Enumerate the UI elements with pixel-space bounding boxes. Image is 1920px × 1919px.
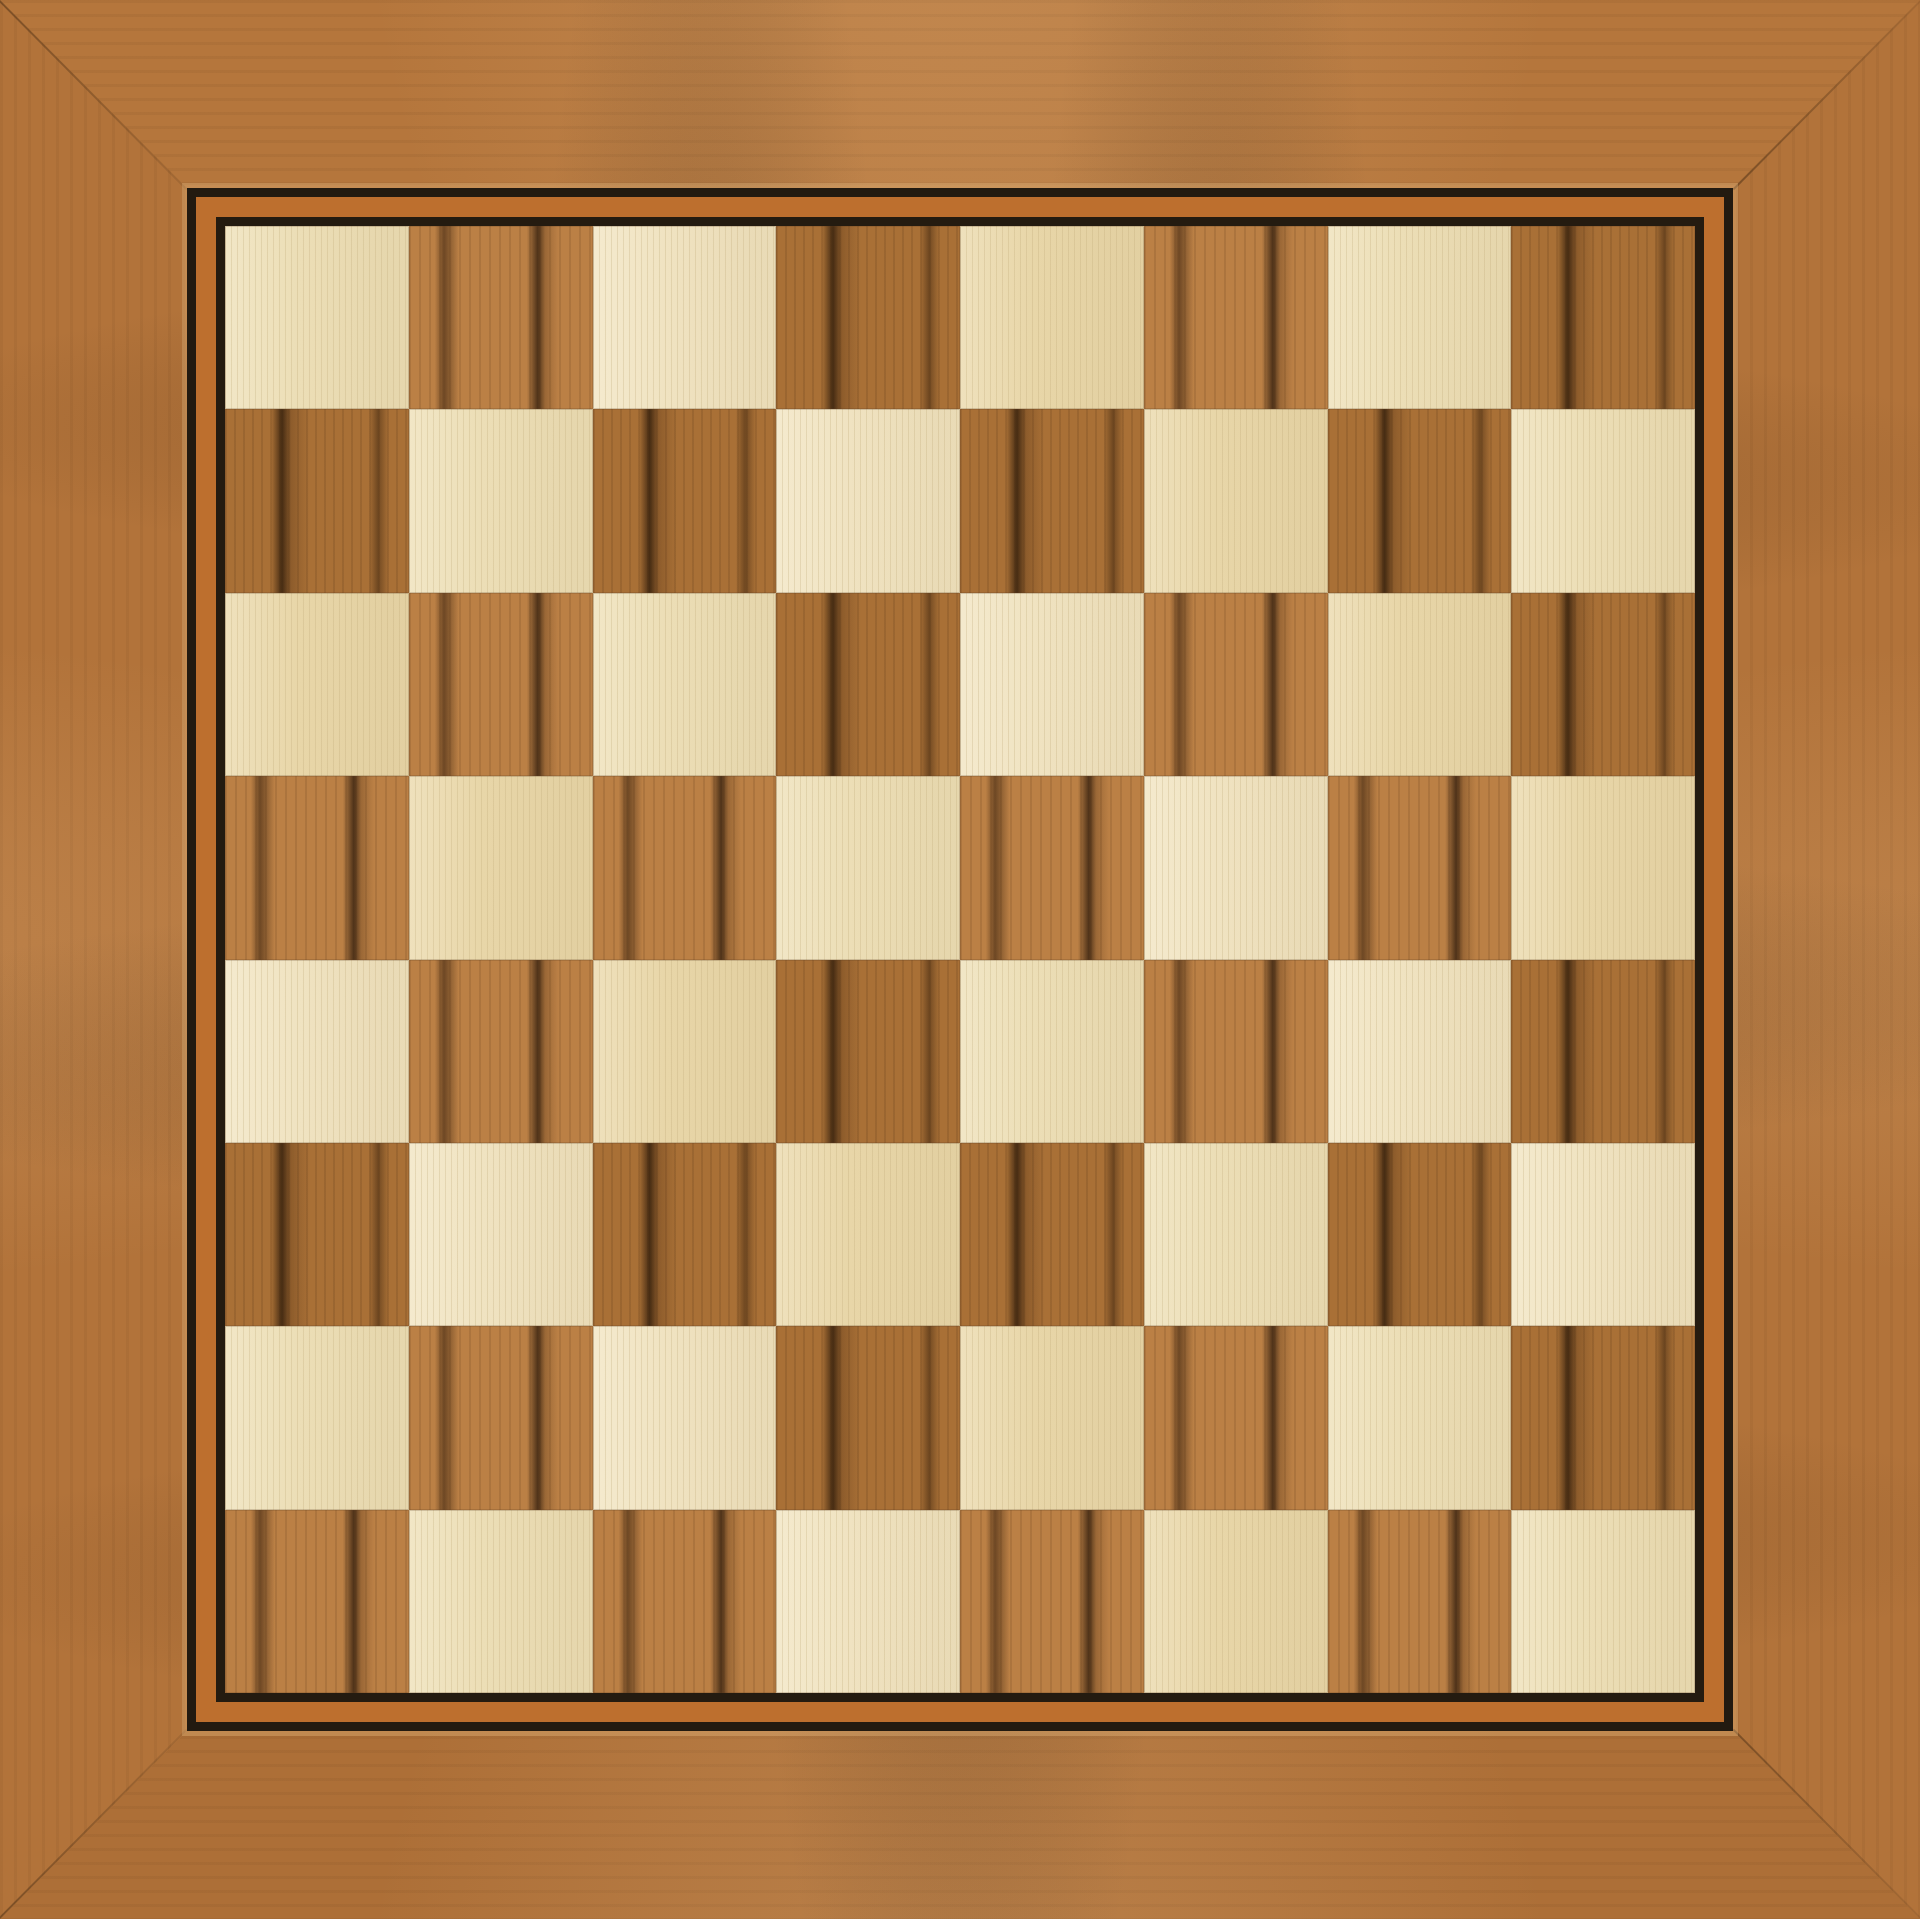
- square-a8[interactable]: [225, 226, 409, 409]
- square-a6[interactable]: [225, 593, 409, 776]
- square-b3[interactable]: [409, 1143, 593, 1326]
- square-f4[interactable]: [1144, 960, 1328, 1143]
- square-f1[interactable]: [1144, 1510, 1328, 1693]
- square-c7[interactable]: [593, 409, 777, 592]
- square-f3[interactable]: [1144, 1143, 1328, 1326]
- square-c6[interactable]: [593, 593, 777, 776]
- square-g6[interactable]: [1328, 593, 1512, 776]
- square-e7[interactable]: [960, 409, 1144, 592]
- square-g2[interactable]: [1328, 1326, 1512, 1509]
- square-h3[interactable]: [1511, 1143, 1695, 1326]
- square-f2[interactable]: [1144, 1326, 1328, 1509]
- square-d3[interactable]: [776, 1143, 960, 1326]
- square-a5[interactable]: [225, 776, 409, 959]
- square-c2[interactable]: [593, 1326, 777, 1509]
- square-f8[interactable]: [1144, 226, 1328, 409]
- square-f6[interactable]: [1144, 593, 1328, 776]
- square-e2[interactable]: [960, 1326, 1144, 1509]
- square-e3[interactable]: [960, 1143, 1144, 1326]
- board-border-inner-line: [216, 217, 1704, 1702]
- square-h7[interactable]: [1511, 409, 1695, 592]
- square-d7[interactable]: [776, 409, 960, 592]
- square-h2[interactable]: [1511, 1326, 1695, 1509]
- square-a2[interactable]: [225, 1326, 409, 1509]
- square-d1[interactable]: [776, 1510, 960, 1693]
- square-b1[interactable]: [409, 1510, 593, 1693]
- square-h4[interactable]: [1511, 960, 1695, 1143]
- square-c8[interactable]: [593, 226, 777, 409]
- square-e5[interactable]: [960, 776, 1144, 959]
- square-b7[interactable]: [409, 409, 593, 592]
- square-a7[interactable]: [225, 409, 409, 592]
- square-c3[interactable]: [593, 1143, 777, 1326]
- square-g1[interactable]: [1328, 1510, 1512, 1693]
- square-h6[interactable]: [1511, 593, 1695, 776]
- square-h8[interactable]: [1511, 226, 1695, 409]
- square-a1[interactable]: [225, 1510, 409, 1693]
- chessboard-photo: [0, 0, 1920, 1919]
- square-f7[interactable]: [1144, 409, 1328, 592]
- square-d2[interactable]: [776, 1326, 960, 1509]
- square-g3[interactable]: [1328, 1143, 1512, 1326]
- square-e1[interactable]: [960, 1510, 1144, 1693]
- square-d8[interactable]: [776, 226, 960, 409]
- square-g8[interactable]: [1328, 226, 1512, 409]
- square-h5[interactable]: [1511, 776, 1695, 959]
- square-d4[interactable]: [776, 960, 960, 1143]
- square-d5[interactable]: [776, 776, 960, 959]
- square-c4[interactable]: [593, 960, 777, 1143]
- square-d6[interactable]: [776, 593, 960, 776]
- square-a3[interactable]: [225, 1143, 409, 1326]
- square-f5[interactable]: [1144, 776, 1328, 959]
- square-g7[interactable]: [1328, 409, 1512, 592]
- square-b8[interactable]: [409, 226, 593, 409]
- square-e4[interactable]: [960, 960, 1144, 1143]
- square-c5[interactable]: [593, 776, 777, 959]
- square-g5[interactable]: [1328, 776, 1512, 959]
- square-e6[interactable]: [960, 593, 1144, 776]
- square-h1[interactable]: [1511, 1510, 1695, 1693]
- square-b5[interactable]: [409, 776, 593, 959]
- square-c1[interactable]: [593, 1510, 777, 1693]
- square-b6[interactable]: [409, 593, 593, 776]
- square-b2[interactable]: [409, 1326, 593, 1509]
- chess-board: [225, 226, 1695, 1693]
- square-a4[interactable]: [225, 960, 409, 1143]
- square-e8[interactable]: [960, 226, 1144, 409]
- square-g4[interactable]: [1328, 960, 1512, 1143]
- square-b4[interactable]: [409, 960, 593, 1143]
- board-border-outer-line: [187, 188, 1733, 1731]
- board-border-orange-band: [196, 197, 1724, 1722]
